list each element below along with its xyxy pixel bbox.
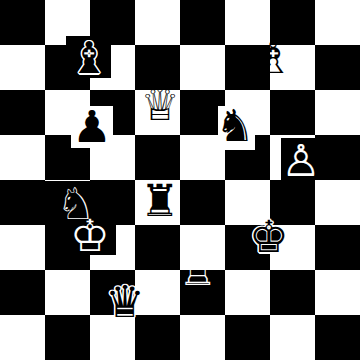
piece-white-king-c3[interactable]: ♔ xyxy=(68,213,113,258)
piece-white-bishop-g7[interactable]: ♗ xyxy=(251,35,296,80)
piece-black-knight-f6[interactable]: ♞ xyxy=(213,103,258,148)
square-d3[interactable] xyxy=(135,225,180,270)
square-a1[interactable] xyxy=(0,315,45,360)
square-a3[interactable] xyxy=(0,225,45,270)
piece-white-pawn-g5[interactable]: ♙ xyxy=(279,138,324,183)
square-e7[interactable] xyxy=(180,45,225,90)
square-g2[interactable] xyxy=(270,270,315,315)
piece-black-bishop-c7[interactable]: ♝ xyxy=(67,35,112,80)
piece-white-queen-d6[interactable]: ♕ xyxy=(138,82,183,127)
square-h3[interactable] xyxy=(315,225,360,270)
square-h7[interactable] xyxy=(315,45,360,90)
chess-board-diagram: ♝♗♟♕♞♙♘♜♔♚♛♖ xyxy=(0,0,360,360)
square-b2[interactable] xyxy=(45,270,90,315)
square-f1[interactable] xyxy=(225,315,270,360)
square-a6[interactable] xyxy=(0,90,45,135)
square-e1[interactable] xyxy=(180,315,225,360)
square-e8[interactable] xyxy=(180,0,225,45)
square-a8[interactable] xyxy=(0,0,45,45)
piece-black-rook-d4[interactable]: ♜ xyxy=(138,178,183,223)
square-a2[interactable] xyxy=(0,270,45,315)
square-h1[interactable] xyxy=(315,315,360,360)
square-h8[interactable] xyxy=(315,0,360,45)
square-g6[interactable] xyxy=(270,90,315,135)
square-a5[interactable] xyxy=(0,135,45,180)
square-f2[interactable] xyxy=(225,270,270,315)
piece-black-king-g3[interactable]: ♚ xyxy=(247,214,292,259)
square-a4[interactable] xyxy=(0,180,45,225)
square-d5[interactable] xyxy=(135,135,180,180)
square-g1[interactable] xyxy=(270,315,315,360)
piece-white-rook-e2[interactable]: ♖ xyxy=(176,247,221,292)
square-d8[interactable] xyxy=(135,0,180,45)
piece-black-pawn-c6[interactable]: ♟ xyxy=(70,104,115,149)
square-h4[interactable] xyxy=(315,180,360,225)
square-h6[interactable] xyxy=(315,90,360,135)
square-h2[interactable] xyxy=(315,270,360,315)
square-b1[interactable] xyxy=(45,315,90,360)
square-a7[interactable] xyxy=(0,45,45,90)
square-e4[interactable] xyxy=(180,180,225,225)
piece-black-queen-c2[interactable]: ♛ xyxy=(103,279,148,324)
